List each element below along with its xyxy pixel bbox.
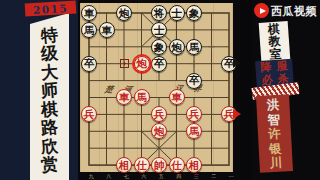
file-label: 四 <box>175 173 183 179</box>
file-label: 八 <box>105 173 113 179</box>
piece-glyph: 象 <box>154 42 165 53</box>
piece-red-elephant[interactable]: 相 <box>116 157 132 173</box>
piece-glyph: 仕 <box>136 160 147 171</box>
players-strip: 洪智 许银川 <box>256 94 293 173</box>
char: 路 <box>40 118 58 136</box>
char: 许 <box>268 127 281 142</box>
edge-arrow-red <box>233 109 241 119</box>
piece-black-elephant[interactable]: 象 <box>151 39 167 55</box>
piece-black-cannon[interactable]: 炮 <box>169 39 185 55</box>
piece-black-chariot[interactable]: 車 <box>99 22 115 38</box>
piece-glyph: 象 <box>189 8 200 19</box>
piece-red-chariot[interactable]: 車 <box>169 89 185 105</box>
piece-black-cannon[interactable]: 炮 <box>116 5 132 21</box>
piece-red-cannon[interactable]: 炮 <box>134 56 150 72</box>
file-label: 六 <box>140 173 148 179</box>
video-thumbnail: 特级大师棋路欣赏 2015 楚 河 汉 界 車炮将士象馬車士象炮馬卒卒卒卒炮車馬… <box>0 0 320 180</box>
piece-glyph: 車 <box>101 25 112 36</box>
piece-black-general[interactable]: 将 <box>151 5 167 21</box>
piece-glyph: 卒 <box>84 58 95 69</box>
piece-grid: 車炮将士象馬車士象炮馬卒卒卒卒炮車馬車兵兵兵兵炮馬相仕帥仕相 <box>80 5 238 174</box>
piece-glyph: 士 <box>154 25 165 36</box>
piece-glyph: 将 <box>154 8 165 19</box>
play-button[interactable] <box>254 3 269 18</box>
piece-black-horse[interactable]: 馬 <box>186 39 202 55</box>
piece-glyph: 炮 <box>154 126 165 137</box>
xiangqi-board: 楚 河 汉 界 車炮将士象馬車士象炮馬卒卒卒卒炮車馬車兵兵兵兵炮馬相仕帥仕相 九… <box>78 0 240 180</box>
piece-black-soldier[interactable]: 卒 <box>186 73 202 89</box>
classroom-strip: 棋教室 <box>259 21 291 62</box>
piece-glyph: 士 <box>171 8 182 19</box>
file-label: 九 <box>87 173 95 179</box>
piece-red-soldier[interactable]: 兵 <box>186 106 202 122</box>
piece-red-soldier[interactable]: 兵 <box>151 106 167 122</box>
piece-red-soldier[interactable]: 兵 <box>81 106 97 122</box>
piece-glyph: 兵 <box>84 109 95 120</box>
piece-glyph: 相 <box>119 160 130 171</box>
file-label: 二 <box>210 173 218 179</box>
piece-glyph: 相 <box>189 160 200 171</box>
piece-glyph: 仕 <box>171 160 182 171</box>
edge-arrow-black <box>233 58 241 68</box>
piece-red-horse[interactable]: 馬 <box>134 89 150 105</box>
piece-black-soldier[interactable]: 卒 <box>151 56 167 72</box>
piece-black-elephant[interactable]: 象 <box>186 5 202 21</box>
piece-glyph: 馬 <box>84 25 95 36</box>
piece-black-soldier[interactable]: 卒 <box>81 56 97 72</box>
brand-logo-text: 西瓜视频 <box>271 4 317 19</box>
piece-glyph: 帥 <box>154 160 165 171</box>
piece-black-advisor[interactable]: 士 <box>169 5 185 21</box>
file-label: 五 <box>157 173 165 179</box>
title-strip: 特级大师棋路欣赏 <box>30 13 69 180</box>
piece-glyph: 卒 <box>154 58 165 69</box>
piece-glyph: 炮 <box>136 58 147 69</box>
file-label: 七 <box>122 173 130 179</box>
piece-red-chariot[interactable]: 車 <box>116 89 132 105</box>
piece-red-horse[interactable]: 馬 <box>186 123 202 139</box>
piece-glyph: 兵 <box>189 109 200 120</box>
right-panel: 西瓜视频 棋教室 降服必杀 洪智 许银川 <box>252 0 320 180</box>
piece-glyph: 馬 <box>189 42 200 53</box>
file-label: 一 <box>227 173 235 179</box>
piece-red-advisor[interactable]: 仕 <box>134 157 150 173</box>
piece-glyph: 車 <box>84 8 95 19</box>
file-label: 三 <box>192 173 200 179</box>
piece-glyph: 兵 <box>154 109 165 120</box>
piece-black-advisor[interactable]: 士 <box>151 22 167 38</box>
piece-glyph: 馬 <box>189 126 200 137</box>
piece-black-chariot[interactable]: 車 <box>81 5 97 21</box>
char: 洪 <box>266 98 279 113</box>
piece-glyph: 車 <box>171 92 182 103</box>
left-panel: 特级大师棋路欣赏 2015 <box>0 0 78 180</box>
piece-glyph: 炮 <box>171 42 182 53</box>
piece-glyph: 卒 <box>189 75 200 86</box>
player-name-1: 洪智 <box>266 98 280 128</box>
piece-glyph: 馬 <box>136 92 147 103</box>
piece-black-horse[interactable]: 馬 <box>81 22 97 38</box>
play-icon <box>260 8 266 14</box>
char: 赏 <box>40 155 58 173</box>
piece-red-general[interactable]: 帥 <box>151 157 167 173</box>
piece-red-cannon[interactable]: 炮 <box>151 123 167 139</box>
piece-glyph: 車 <box>119 92 130 103</box>
player-name-2: 许银川 <box>268 127 283 171</box>
char: 师 <box>40 82 58 100</box>
piece-red-elephant[interactable]: 相 <box>186 157 202 173</box>
piece-red-advisor[interactable]: 仕 <box>169 157 185 173</box>
move-from-marker <box>120 59 129 68</box>
piece-glyph: 炮 <box>119 8 130 19</box>
char: 川 <box>269 156 282 171</box>
